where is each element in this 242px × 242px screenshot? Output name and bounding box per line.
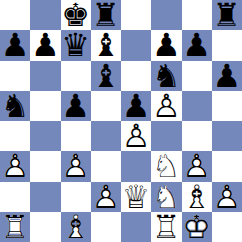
square-d5[interactable] <box>91 91 121 121</box>
square-c4[interactable] <box>61 121 91 151</box>
square-d2[interactable]: ♟ <box>91 182 121 212</box>
square-h8[interactable]: ♜ <box>212 0 242 30</box>
square-b3[interactable] <box>30 151 60 181</box>
square-c3[interactable]: ♟ <box>61 151 91 181</box>
square-g2[interactable]: ♝ <box>182 182 212 212</box>
square-b4[interactable] <box>30 121 60 151</box>
square-f8[interactable] <box>151 0 181 30</box>
square-g4[interactable] <box>182 121 212 151</box>
square-d3[interactable] <box>91 151 121 181</box>
square-c8[interactable]: ♚ <box>61 0 91 30</box>
square-a2[interactable] <box>0 182 30 212</box>
square-f7[interactable]: ♟ <box>151 30 181 60</box>
piece-black-pawn: ♟ <box>122 91 151 121</box>
piece-white-rook: ♜ <box>152 212 181 242</box>
square-e5[interactable]: ♟ <box>121 91 151 121</box>
square-c6[interactable] <box>61 61 91 91</box>
piece-black-pawn: ♟ <box>213 61 242 91</box>
piece-white-queen: ♛ <box>122 182 151 212</box>
square-h5[interactable] <box>212 91 242 121</box>
square-d7[interactable]: ♝ <box>91 30 121 60</box>
piece-white-pawn: ♟ <box>61 151 90 181</box>
square-h6[interactable]: ♟ <box>212 61 242 91</box>
square-h2[interactable]: ♟ <box>212 182 242 212</box>
chess-board-container: ♚♜♜♟♟♛♝♟♟♝♞♟♞♟♟♟♟♟♟♞♟♟♛♞♝♟♜♝♜♚ <box>0 0 242 242</box>
square-g3[interactable]: ♟ <box>182 151 212 181</box>
piece-white-bishop: ♝ <box>182 182 211 212</box>
piece-white-knight: ♞ <box>152 151 181 181</box>
piece-white-pawn: ♟ <box>1 151 30 181</box>
piece-black-bishop: ♝ <box>92 30 121 60</box>
square-a5[interactable]: ♞ <box>0 91 30 121</box>
square-f6[interactable]: ♞ <box>151 61 181 91</box>
square-e7[interactable] <box>121 30 151 60</box>
square-c5[interactable]: ♟ <box>61 91 91 121</box>
square-c1[interactable]: ♝ <box>61 212 91 242</box>
square-g1[interactable]: ♚ <box>182 212 212 242</box>
piece-white-pawn: ♟ <box>152 91 181 121</box>
square-h7[interactable] <box>212 30 242 60</box>
piece-black-pawn: ♟ <box>1 30 30 60</box>
square-a3[interactable]: ♟ <box>0 151 30 181</box>
square-b7[interactable]: ♟ <box>30 30 60 60</box>
square-c7[interactable]: ♛ <box>61 30 91 60</box>
piece-white-pawn: ♟ <box>213 182 242 212</box>
square-b5[interactable] <box>30 91 60 121</box>
piece-black-bishop: ♝ <box>92 61 121 91</box>
piece-black-pawn: ♟ <box>61 91 90 121</box>
piece-black-queen: ♛ <box>61 30 90 60</box>
piece-black-rook: ♜ <box>92 0 121 30</box>
square-a4[interactable] <box>0 121 30 151</box>
piece-black-knight: ♞ <box>152 61 181 91</box>
chess-board: ♚♜♜♟♟♛♝♟♟♝♞♟♞♟♟♟♟♟♟♞♟♟♛♞♝♟♜♝♜♚ <box>0 0 242 242</box>
piece-white-rook: ♜ <box>1 212 30 242</box>
square-a1[interactable]: ♜ <box>0 212 30 242</box>
square-c2[interactable] <box>61 182 91 212</box>
square-b6[interactable] <box>30 61 60 91</box>
square-g7[interactable]: ♟ <box>182 30 212 60</box>
square-e1[interactable] <box>121 212 151 242</box>
piece-white-pawn: ♟ <box>92 182 121 212</box>
square-b1[interactable] <box>30 212 60 242</box>
square-h1[interactable] <box>212 212 242 242</box>
piece-black-pawn: ♟ <box>182 30 211 60</box>
square-e4[interactable]: ♟ <box>121 121 151 151</box>
square-b8[interactable] <box>30 0 60 30</box>
piece-black-rook: ♜ <box>213 0 242 30</box>
square-e8[interactable] <box>121 0 151 30</box>
square-e6[interactable] <box>121 61 151 91</box>
square-a8[interactable] <box>0 0 30 30</box>
square-h3[interactable] <box>212 151 242 181</box>
square-f2[interactable]: ♞ <box>151 182 181 212</box>
square-d4[interactable] <box>91 121 121 151</box>
piece-white-pawn: ♟ <box>122 121 151 151</box>
piece-black-pawn: ♟ <box>152 30 181 60</box>
square-f5[interactable]: ♟ <box>151 91 181 121</box>
piece-black-king: ♚ <box>61 0 90 30</box>
piece-white-king: ♚ <box>182 212 211 242</box>
square-f4[interactable] <box>151 121 181 151</box>
square-a6[interactable] <box>0 61 30 91</box>
square-f1[interactable]: ♜ <box>151 212 181 242</box>
square-b2[interactable] <box>30 182 60 212</box>
square-h4[interactable] <box>212 121 242 151</box>
square-e3[interactable] <box>121 151 151 181</box>
piece-white-knight: ♞ <box>152 182 181 212</box>
square-d1[interactable] <box>91 212 121 242</box>
piece-white-pawn: ♟ <box>182 151 211 181</box>
piece-black-knight: ♞ <box>1 91 30 121</box>
piece-white-bishop: ♝ <box>61 212 90 242</box>
square-f3[interactable]: ♞ <box>151 151 181 181</box>
square-g6[interactable] <box>182 61 212 91</box>
square-a7[interactable]: ♟ <box>0 30 30 60</box>
square-d6[interactable]: ♝ <box>91 61 121 91</box>
square-g8[interactable] <box>182 0 212 30</box>
piece-black-pawn: ♟ <box>31 30 60 60</box>
square-e2[interactable]: ♛ <box>121 182 151 212</box>
square-d8[interactable]: ♜ <box>91 0 121 30</box>
square-g5[interactable] <box>182 91 212 121</box>
